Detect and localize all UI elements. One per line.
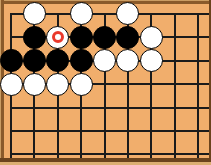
intersection[interactable] [23,143,46,165]
intersection[interactable] [116,72,139,95]
white-stone[interactable] [140,26,163,49]
intersection[interactable] [116,119,139,142]
white-stone[interactable] [93,49,116,72]
intersection[interactable] [93,2,116,25]
intersection[interactable] [0,119,23,142]
intersection[interactable] [93,49,116,72]
intersection[interactable] [0,49,23,72]
intersection[interactable] [46,26,69,49]
intersection[interactable] [186,72,209,95]
intersection[interactable] [140,72,163,95]
intersection[interactable] [93,143,116,165]
intersection[interactable] [186,2,209,25]
intersection[interactable] [0,2,23,25]
intersection[interactable] [23,26,46,49]
intersection[interactable] [69,49,92,72]
intersection[interactable] [186,26,209,49]
intersection[interactable] [69,2,92,25]
intersection[interactable] [23,72,46,95]
intersection[interactable] [23,119,46,142]
white-stone[interactable] [0,73,23,96]
intersection[interactable] [69,143,92,165]
intersection[interactable] [93,119,116,142]
black-stone[interactable] [46,49,69,72]
white-stone[interactable] [70,73,93,96]
intersection[interactable] [163,26,186,49]
black-stone[interactable] [23,26,46,49]
intersection[interactable] [116,49,139,72]
screenshot [0,0,211,165]
white-stone[interactable] [23,2,46,25]
intersection[interactable] [116,143,139,165]
intersection[interactable] [140,96,163,119]
white-stone[interactable] [116,2,139,25]
intersection[interactable] [46,49,69,72]
black-stone[interactable] [70,26,93,49]
intersection[interactable] [93,96,116,119]
intersection[interactable] [163,49,186,72]
intersection[interactable] [163,119,186,142]
intersection[interactable] [116,26,139,49]
intersection[interactable] [140,49,163,72]
intersection[interactable] [46,143,69,165]
intersection[interactable] [69,26,92,49]
marked-white-stone[interactable] [46,26,69,49]
intersection[interactable] [140,26,163,49]
intersection[interactable] [186,96,209,119]
intersection[interactable] [186,49,209,72]
black-stone[interactable] [23,49,46,72]
black-stone[interactable] [0,49,23,72]
intersection[interactable] [116,96,139,119]
white-stone[interactable] [140,49,163,72]
intersection[interactable] [23,49,46,72]
intersection[interactable] [140,119,163,142]
intersection[interactable] [46,119,69,142]
go-board[interactable] [0,0,211,165]
intersection[interactable] [23,96,46,119]
intersection[interactable] [46,96,69,119]
black-stone[interactable] [93,26,116,49]
circle-marker-icon [52,31,64,43]
intersection[interactable] [69,119,92,142]
intersection[interactable] [93,72,116,95]
white-stone[interactable] [46,73,69,96]
intersection[interactable] [163,72,186,95]
intersection[interactable] [46,2,69,25]
intersection[interactable] [0,72,23,95]
intersection[interactable] [163,143,186,165]
intersection[interactable] [46,72,69,95]
black-stone[interactable] [70,49,93,72]
intersection[interactable] [0,143,23,165]
intersection[interactable] [186,143,209,165]
intersection[interactable] [93,26,116,49]
intersection-grid [0,2,210,165]
white-stone[interactable] [116,49,139,72]
intersection[interactable] [140,2,163,25]
white-stone[interactable] [23,73,46,96]
intersection[interactable] [69,96,92,119]
intersection[interactable] [116,2,139,25]
intersection[interactable] [140,143,163,165]
intersection[interactable] [23,2,46,25]
intersection[interactable] [0,96,23,119]
intersection[interactable] [163,2,186,25]
intersection[interactable] [0,26,23,49]
intersection[interactable] [163,96,186,119]
white-stone[interactable] [70,2,93,25]
black-stone[interactable] [116,26,139,49]
intersection[interactable] [69,72,92,95]
intersection[interactable] [186,119,209,142]
